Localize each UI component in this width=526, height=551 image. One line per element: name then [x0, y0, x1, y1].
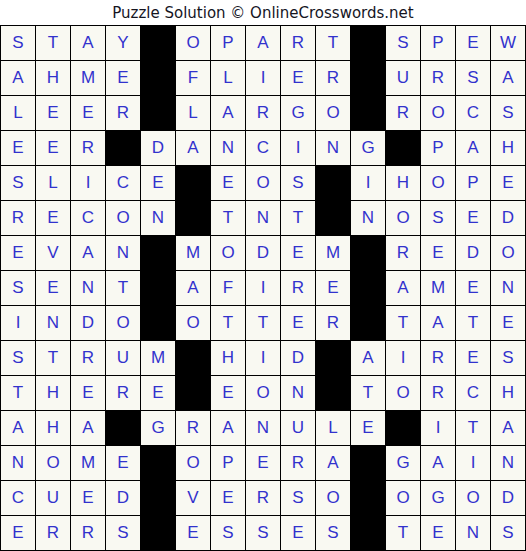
letter-cell-r5c3: I — [71, 166, 105, 200]
letter-cell-r6c3: C — [71, 201, 105, 235]
black-cell-r8c5 — [141, 271, 175, 305]
letter-cell-r12c9: U — [281, 411, 315, 445]
letter-cell-r3c3: E — [71, 96, 105, 130]
letter-cell-r9c6: O — [176, 306, 210, 340]
letter-cell-r13c1: N — [1, 446, 35, 480]
letter-cell-r6c7: T — [211, 201, 245, 235]
letter-cell-r11c8: O — [246, 376, 280, 410]
letter-cell-r13c4: E — [106, 446, 140, 480]
black-cell-r9c5 — [141, 306, 175, 340]
letter-cell-r1c3: A — [71, 26, 105, 60]
letter-cell-r10c4: U — [106, 341, 140, 375]
letter-cell-r10c5: M — [141, 341, 175, 375]
black-cell-r3c11 — [351, 96, 385, 130]
letter-cell-r15c7: S — [211, 516, 245, 550]
letter-cell-r12c2: H — [36, 411, 70, 445]
letter-cell-r12c3: A — [71, 411, 105, 445]
letter-cell-r7c1: E — [1, 236, 35, 270]
letter-cell-r10c14: E — [456, 341, 490, 375]
letter-cell-r2c4: E — [106, 61, 140, 95]
letter-cell-r2c14: S — [456, 61, 490, 95]
letter-cell-r9c9: E — [281, 306, 315, 340]
letter-cell-r13c14: I — [456, 446, 490, 480]
letter-cell-r15c12: T — [386, 516, 420, 550]
letter-cell-r3c4: R — [106, 96, 140, 130]
letter-cell-r10c13: R — [421, 341, 455, 375]
black-cell-r14c5 — [141, 481, 175, 515]
black-cell-r7c11 — [351, 236, 385, 270]
letter-cell-r4c9: I — [281, 131, 315, 165]
black-cell-r12c12 — [386, 411, 420, 445]
letter-cell-r13c13: A — [421, 446, 455, 480]
letter-cell-r4c15: H — [491, 131, 525, 165]
letter-cell-r10c11: A — [351, 341, 385, 375]
letter-cell-r1c4: Y — [106, 26, 140, 60]
letter-cell-r14c7: E — [211, 481, 245, 515]
letter-cell-r5c11: I — [351, 166, 385, 200]
letter-cell-r3c8: R — [246, 96, 280, 130]
letter-cell-r12c7: A — [211, 411, 245, 445]
letter-cell-r13c15: N — [491, 446, 525, 480]
black-cell-r1c11 — [351, 26, 385, 60]
letter-cell-r6c14: E — [456, 201, 490, 235]
letter-cell-r3c1: L — [1, 96, 35, 130]
letter-cell-r1c14: E — [456, 26, 490, 60]
letter-cell-r12c6: R — [176, 411, 210, 445]
letter-cell-r12c13: I — [421, 411, 455, 445]
letter-cell-r8c1: S — [1, 271, 35, 305]
black-cell-r3c5 — [141, 96, 175, 130]
letter-cell-r6c8: N — [246, 201, 280, 235]
letter-cell-r9c4: O — [106, 306, 140, 340]
letter-cell-r11c5: E — [141, 376, 175, 410]
letter-cell-r13c2: O — [36, 446, 70, 480]
black-cell-r2c11 — [351, 61, 385, 95]
letter-cell-r12c11: E — [351, 411, 385, 445]
letter-cell-r4c3: R — [71, 131, 105, 165]
letter-cell-r9c15: E — [491, 306, 525, 340]
black-cell-r15c5 — [141, 516, 175, 550]
letter-cell-r2c2: H — [36, 61, 70, 95]
black-cell-r6c6 — [176, 201, 210, 235]
letter-cell-r1c1: S — [1, 26, 35, 60]
letter-cell-r4c2: E — [36, 131, 70, 165]
letter-cell-r14c10: O — [316, 481, 350, 515]
letter-cell-r8c4: T — [106, 271, 140, 305]
letter-cell-r8c15: N — [491, 271, 525, 305]
letter-cell-r2c10: R — [316, 61, 350, 95]
black-cell-r5c10 — [316, 166, 350, 200]
letter-cell-r7c8: D — [246, 236, 280, 270]
letter-cell-r11c2: H — [36, 376, 70, 410]
black-cell-r14c11 — [351, 481, 385, 515]
letter-cell-r1c2: T — [36, 26, 70, 60]
letter-cell-r11c9: N — [281, 376, 315, 410]
letter-cell-r2c3: M — [71, 61, 105, 95]
letter-cell-r9c1: I — [1, 306, 35, 340]
letter-cell-r7c12: R — [386, 236, 420, 270]
letter-cell-r6c4: O — [106, 201, 140, 235]
letter-cell-r1c10: T — [316, 26, 350, 60]
letter-cell-r3c13: O — [421, 96, 455, 130]
letter-cell-r11c11: T — [351, 376, 385, 410]
letter-cell-r2c8: I — [246, 61, 280, 95]
letter-cell-r12c8: N — [246, 411, 280, 445]
letter-cell-r11c13: R — [421, 376, 455, 410]
black-cell-r1c5 — [141, 26, 175, 60]
letter-cell-r13c6: O — [176, 446, 210, 480]
letter-cell-r5c15: E — [491, 166, 525, 200]
black-cell-r2c5 — [141, 61, 175, 95]
letter-cell-r7c7: O — [211, 236, 245, 270]
letter-cell-r1c7: P — [211, 26, 245, 60]
black-cell-r10c6 — [176, 341, 210, 375]
black-cell-r12c4 — [106, 411, 140, 445]
letter-cell-r3c7: A — [211, 96, 245, 130]
letter-cell-r15c2: R — [36, 516, 70, 550]
letter-cell-r5c4: C — [106, 166, 140, 200]
letter-cell-r5c14: P — [456, 166, 490, 200]
letter-cell-r8c8: I — [246, 271, 280, 305]
letter-cell-r10c1: S — [1, 341, 35, 375]
black-cell-r13c11 — [351, 446, 385, 480]
letter-cell-r6c1: R — [1, 201, 35, 235]
letter-cell-r15c10: S — [316, 516, 350, 550]
letter-cell-r15c14: N — [456, 516, 490, 550]
letter-cell-r14c12: O — [386, 481, 420, 515]
black-cell-r11c10 — [316, 376, 350, 410]
letter-cell-r14c13: G — [421, 481, 455, 515]
letter-cell-r5c7: E — [211, 166, 245, 200]
letter-cell-r11c14: C — [456, 376, 490, 410]
letter-cell-r8c6: A — [176, 271, 210, 305]
letter-cell-r7c13: E — [421, 236, 455, 270]
letter-cell-r1c8: A — [246, 26, 280, 60]
letter-cell-r5c1: S — [1, 166, 35, 200]
letter-cell-r9c10: R — [316, 306, 350, 340]
letter-cell-r14c3: E — [71, 481, 105, 515]
letter-cell-r10c3: R — [71, 341, 105, 375]
letter-cell-r15c8: S — [246, 516, 280, 550]
letter-cell-r8c2: E — [36, 271, 70, 305]
black-cell-r5c6 — [176, 166, 210, 200]
letter-cell-r2c6: F — [176, 61, 210, 95]
letter-cell-r8c13: M — [421, 271, 455, 305]
letter-cell-r5c12: H — [386, 166, 420, 200]
letter-cell-r4c11: G — [351, 131, 385, 165]
letter-cell-r6c2: E — [36, 201, 70, 235]
letter-cell-r5c9: S — [281, 166, 315, 200]
letter-cell-r4c1: E — [1, 131, 35, 165]
letter-cell-r11c7: E — [211, 376, 245, 410]
letter-cell-r4c5: D — [141, 131, 175, 165]
letter-cell-r15c6: E — [176, 516, 210, 550]
black-cell-r9c11 — [351, 306, 385, 340]
letter-cell-r1c9: R — [281, 26, 315, 60]
letter-cell-r4c10: N — [316, 131, 350, 165]
letter-cell-r3c15: S — [491, 96, 525, 130]
letter-cell-r10c12: I — [386, 341, 420, 375]
letter-cell-r1c15: W — [491, 26, 525, 60]
letter-cell-r15c15: S — [491, 516, 525, 550]
letter-cell-r10c9: D — [281, 341, 315, 375]
letter-cell-r3c12: R — [386, 96, 420, 130]
letter-cell-r13c7: P — [211, 446, 245, 480]
letter-cell-r7c3: A — [71, 236, 105, 270]
letter-cell-r3c6: L — [176, 96, 210, 130]
letter-cell-r7c2: V — [36, 236, 70, 270]
letter-cell-r14c8: R — [246, 481, 280, 515]
letter-cell-r6c11: N — [351, 201, 385, 235]
letter-cell-r6c5: N — [141, 201, 175, 235]
black-cell-r10c10 — [316, 341, 350, 375]
letter-cell-r9c2: N — [36, 306, 70, 340]
letter-cell-r9c14: T — [456, 306, 490, 340]
letter-cell-r14c2: U — [36, 481, 70, 515]
letter-cell-r7c4: N — [106, 236, 140, 270]
letter-cell-r14c9: S — [281, 481, 315, 515]
letter-cell-r5c2: L — [36, 166, 70, 200]
letter-cell-r7c10: M — [316, 236, 350, 270]
letter-cell-r14c1: C — [1, 481, 35, 515]
letter-cell-r10c2: T — [36, 341, 70, 375]
letter-cell-r15c13: E — [421, 516, 455, 550]
black-cell-r8c11 — [351, 271, 385, 305]
letter-cell-r13c12: G — [386, 446, 420, 480]
letter-cell-r3c9: G — [281, 96, 315, 130]
letter-cell-r11c4: R — [106, 376, 140, 410]
letter-cell-r2c13: R — [421, 61, 455, 95]
letter-cell-r1c13: P — [421, 26, 455, 60]
letter-cell-r5c8: O — [246, 166, 280, 200]
letter-cell-r13c9: R — [281, 446, 315, 480]
letter-cell-r7c6: M — [176, 236, 210, 270]
letter-cell-r6c9: T — [281, 201, 315, 235]
black-cell-r13c5 — [141, 446, 175, 480]
puzzle-solution-page: Puzzle Solution © OnlineCrosswords.net S… — [0, 0, 526, 551]
letter-cell-r15c9: E — [281, 516, 315, 550]
letter-cell-r11c3: E — [71, 376, 105, 410]
letter-cell-r4c13: P — [421, 131, 455, 165]
letter-cell-r13c3: M — [71, 446, 105, 480]
letter-cell-r8c9: R — [281, 271, 315, 305]
letter-cell-r9c7: T — [211, 306, 245, 340]
letter-cell-r6c15: D — [491, 201, 525, 235]
letter-cell-r8c14: E — [456, 271, 490, 305]
black-cell-r15c11 — [351, 516, 385, 550]
letter-cell-r12c15: A — [491, 411, 525, 445]
crossword-grid: STAYOPARTSPEWAHMEFLIERURSALEERLARGOROCSE… — [0, 25, 526, 551]
letter-cell-r12c14: T — [456, 411, 490, 445]
letter-cell-r8c10: E — [316, 271, 350, 305]
letter-cell-r11c12: O — [386, 376, 420, 410]
letter-cell-r5c13: O — [421, 166, 455, 200]
letter-cell-r7c9: E — [281, 236, 315, 270]
letter-cell-r2c9: E — [281, 61, 315, 95]
letter-cell-r10c7: H — [211, 341, 245, 375]
letter-cell-r10c15: S — [491, 341, 525, 375]
letter-cell-r8c12: A — [386, 271, 420, 305]
letter-cell-r2c1: A — [1, 61, 35, 95]
letter-cell-r11c1: T — [1, 376, 35, 410]
letter-cell-r11c15: H — [491, 376, 525, 410]
letter-cell-r14c6: V — [176, 481, 210, 515]
letter-cell-r6c13: S — [421, 201, 455, 235]
letter-cell-r14c14: O — [456, 481, 490, 515]
letter-cell-r13c8: E — [246, 446, 280, 480]
letter-cell-r9c3: D — [71, 306, 105, 340]
letter-cell-r15c3: R — [71, 516, 105, 550]
letter-cell-r3c14: C — [456, 96, 490, 130]
letter-cell-r1c6: O — [176, 26, 210, 60]
letter-cell-r4c6: A — [176, 131, 210, 165]
letter-cell-r14c15: D — [491, 481, 525, 515]
black-cell-r7c5 — [141, 236, 175, 270]
letter-cell-r3c2: E — [36, 96, 70, 130]
letter-cell-r4c7: N — [211, 131, 245, 165]
letter-cell-r13c10: A — [316, 446, 350, 480]
letter-cell-r8c7: F — [211, 271, 245, 305]
letter-cell-r12c5: G — [141, 411, 175, 445]
letter-cell-r12c10: L — [316, 411, 350, 445]
black-cell-r11c6 — [176, 376, 210, 410]
letter-cell-r7c14: D — [456, 236, 490, 270]
page-title: Puzzle Solution © OnlineCrosswords.net — [0, 0, 526, 25]
black-cell-r4c4 — [106, 131, 140, 165]
black-cell-r4c12 — [386, 131, 420, 165]
letter-cell-r12c1: A — [1, 411, 35, 445]
letter-cell-r1c12: S — [386, 26, 420, 60]
letter-cell-r2c7: L — [211, 61, 245, 95]
letter-cell-r2c12: U — [386, 61, 420, 95]
black-cell-r6c10 — [316, 201, 350, 235]
letter-cell-r6c12: O — [386, 201, 420, 235]
letter-cell-r5c5: E — [141, 166, 175, 200]
letter-cell-r9c8: T — [246, 306, 280, 340]
letter-cell-r9c13: A — [421, 306, 455, 340]
letter-cell-r4c14: A — [456, 131, 490, 165]
letter-cell-r4c8: C — [246, 131, 280, 165]
letter-cell-r9c12: T — [386, 306, 420, 340]
letter-cell-r15c4: S — [106, 516, 140, 550]
letter-cell-r14c4: D — [106, 481, 140, 515]
letter-cell-r10c8: I — [246, 341, 280, 375]
letter-cell-r7c15: O — [491, 236, 525, 270]
letter-cell-r3c10: O — [316, 96, 350, 130]
letter-cell-r2c15: A — [491, 61, 525, 95]
letter-cell-r15c1: E — [1, 516, 35, 550]
letter-cell-r8c3: N — [71, 271, 105, 305]
